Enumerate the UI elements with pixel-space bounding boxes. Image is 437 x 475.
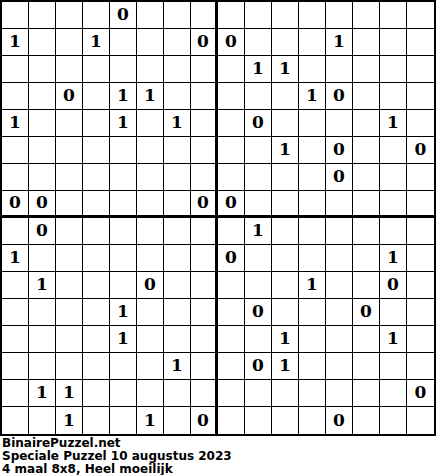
cell-r1c1[interactable] bbox=[29, 29, 56, 56]
cell-r3c2: 0 bbox=[56, 83, 83, 110]
cell-r4c10[interactable] bbox=[272, 110, 299, 137]
cell-r7c3[interactable] bbox=[83, 191, 110, 218]
cell-r10c8[interactable] bbox=[218, 272, 245, 299]
cell-r8c1: 0 bbox=[29, 218, 56, 245]
cell-r3c9[interactable] bbox=[245, 83, 272, 110]
cell-r4c13[interactable] bbox=[353, 110, 380, 137]
cell-r3c7[interactable] bbox=[191, 83, 218, 110]
cell-r10c1: 1 bbox=[29, 272, 56, 299]
cell-r5c7[interactable] bbox=[191, 137, 218, 164]
cell-r10c7[interactable] bbox=[191, 272, 218, 299]
cell-r6c2[interactable] bbox=[56, 164, 83, 191]
cell-r13c9: 0 bbox=[245, 353, 272, 380]
cell-r13c7[interactable] bbox=[191, 353, 218, 380]
cell-r6c15[interactable] bbox=[407, 164, 434, 191]
cell-r9c5[interactable] bbox=[137, 245, 164, 272]
cell-r2c12[interactable] bbox=[326, 56, 353, 83]
cell-r13c11[interactable] bbox=[299, 353, 326, 380]
cell-r0c4: 0 bbox=[110, 2, 137, 29]
cell-r7c11[interactable] bbox=[299, 191, 326, 218]
cell-r9c6[interactable] bbox=[164, 245, 191, 272]
cell-r13c2[interactable] bbox=[56, 353, 83, 380]
cell-r2c2[interactable] bbox=[56, 56, 83, 83]
cell-r8c2[interactable] bbox=[56, 218, 83, 245]
cell-r13c8[interactable] bbox=[218, 353, 245, 380]
cell-r3c11: 1 bbox=[299, 83, 326, 110]
cell-r9c1[interactable] bbox=[29, 245, 56, 272]
cell-r14c1: 1 bbox=[29, 380, 56, 407]
cell-r3c8[interactable] bbox=[218, 83, 245, 110]
cell-r14c13[interactable] bbox=[353, 380, 380, 407]
cell-r10c10[interactable] bbox=[272, 272, 299, 299]
cell-r3c12: 0 bbox=[326, 83, 353, 110]
cell-r5c9[interactable] bbox=[245, 137, 272, 164]
cell-r12c8[interactable] bbox=[218, 326, 245, 353]
cell-r12c14: 1 bbox=[380, 326, 407, 353]
cell-r1c14[interactable] bbox=[380, 29, 407, 56]
cell-r14c11[interactable] bbox=[299, 380, 326, 407]
cell-r9c14: 1 bbox=[380, 245, 407, 272]
cell-r14c9[interactable] bbox=[245, 380, 272, 407]
cell-r9c15[interactable] bbox=[407, 245, 434, 272]
cell-r7c6[interactable] bbox=[164, 191, 191, 218]
cell-r6c3[interactable] bbox=[83, 164, 110, 191]
cell-r1c8: 0 bbox=[218, 29, 245, 56]
cell-r8c10[interactable] bbox=[272, 218, 299, 245]
cell-r12c11[interactable] bbox=[299, 326, 326, 353]
cell-r1c6[interactable] bbox=[164, 29, 191, 56]
cell-r0c12[interactable] bbox=[326, 2, 353, 29]
cell-r2c1[interactable] bbox=[29, 56, 56, 83]
cell-r3c1[interactable] bbox=[29, 83, 56, 110]
cell-r3c4: 1 bbox=[110, 83, 137, 110]
cell-r8c6[interactable] bbox=[164, 218, 191, 245]
cell-r5c4[interactable] bbox=[110, 137, 137, 164]
cell-r9c11[interactable] bbox=[299, 245, 326, 272]
cell-r2c10: 1 bbox=[272, 56, 299, 83]
cell-r10c15[interactable] bbox=[407, 272, 434, 299]
cell-r6c10[interactable] bbox=[272, 164, 299, 191]
cell-r11c8[interactable] bbox=[218, 299, 245, 326]
cell-r13c4[interactable] bbox=[110, 353, 137, 380]
cell-r10c4[interactable] bbox=[110, 272, 137, 299]
cell-r3c14[interactable] bbox=[380, 83, 407, 110]
puzzle-spec: 4 maal 8x8, Heel moeilijk bbox=[2, 463, 437, 475]
cell-r15c0[interactable] bbox=[2, 407, 29, 434]
cell-r9c3[interactable] bbox=[83, 245, 110, 272]
cell-r14c0[interactable] bbox=[2, 380, 29, 407]
cell-r15c13[interactable] bbox=[353, 407, 380, 434]
cell-r14c8[interactable] bbox=[218, 380, 245, 407]
cell-r8c11[interactable] bbox=[299, 218, 326, 245]
cell-r2c14[interactable] bbox=[380, 56, 407, 83]
cell-r15c4[interactable] bbox=[110, 407, 137, 434]
cell-r11c2[interactable] bbox=[56, 299, 83, 326]
cell-r2c7[interactable] bbox=[191, 56, 218, 83]
cell-r11c6[interactable] bbox=[164, 299, 191, 326]
cell-r7c9[interactable] bbox=[245, 191, 272, 218]
cell-r12c2[interactable] bbox=[56, 326, 83, 353]
cell-r13c15[interactable] bbox=[407, 353, 434, 380]
cell-r11c5[interactable] bbox=[137, 299, 164, 326]
cell-r4c0: 1 bbox=[2, 110, 29, 137]
cell-r2c11[interactable] bbox=[299, 56, 326, 83]
cell-r10c9[interactable] bbox=[245, 272, 272, 299]
cell-r12c0[interactable] bbox=[2, 326, 29, 353]
cell-r11c7[interactable] bbox=[191, 299, 218, 326]
cell-r10c3[interactable] bbox=[83, 272, 110, 299]
cell-r15c1[interactable] bbox=[29, 407, 56, 434]
cell-r9c10[interactable] bbox=[272, 245, 299, 272]
cell-r14c15: 0 bbox=[407, 380, 434, 407]
cell-r2c13[interactable] bbox=[353, 56, 380, 83]
cell-r12c3[interactable] bbox=[83, 326, 110, 353]
cell-r1c15[interactable] bbox=[407, 29, 434, 56]
cell-r2c3[interactable] bbox=[83, 56, 110, 83]
cell-r8c3[interactable] bbox=[83, 218, 110, 245]
cell-r8c0[interactable] bbox=[2, 218, 29, 245]
cell-r1c13[interactable] bbox=[353, 29, 380, 56]
cell-r5c2[interactable] bbox=[56, 137, 83, 164]
cell-r4c3[interactable] bbox=[83, 110, 110, 137]
cell-r4c1[interactable] bbox=[29, 110, 56, 137]
cell-r11c12[interactable] bbox=[326, 299, 353, 326]
cell-r1c0: 1 bbox=[2, 29, 29, 56]
puzzle-board: 0110011101110111011000000001101101010011… bbox=[0, 0, 436, 436]
cell-r2c9: 1 bbox=[245, 56, 272, 83]
cell-r9c9[interactable] bbox=[245, 245, 272, 272]
cell-r13c5[interactable] bbox=[137, 353, 164, 380]
cell-r5c6[interactable] bbox=[164, 137, 191, 164]
cell-r8c4[interactable] bbox=[110, 218, 137, 245]
cell-r12c4: 1 bbox=[110, 326, 137, 353]
cell-r13c14[interactable] bbox=[380, 353, 407, 380]
cell-r5c1[interactable] bbox=[29, 137, 56, 164]
cell-r1c4[interactable] bbox=[110, 29, 137, 56]
cell-r7c2[interactable] bbox=[56, 191, 83, 218]
cell-r15c8[interactable] bbox=[218, 407, 245, 434]
cell-r9c7[interactable] bbox=[191, 245, 218, 272]
cell-r6c5[interactable] bbox=[137, 164, 164, 191]
cell-r0c15[interactable] bbox=[407, 2, 434, 29]
cell-r0c3[interactable] bbox=[83, 2, 110, 29]
cell-r15c9[interactable] bbox=[245, 407, 272, 434]
cell-r10c12[interactable] bbox=[326, 272, 353, 299]
cell-r15c7: 0 bbox=[191, 407, 218, 434]
cell-r11c10[interactable] bbox=[272, 299, 299, 326]
cell-r6c9[interactable] bbox=[245, 164, 272, 191]
cell-r14c2: 1 bbox=[56, 380, 83, 407]
cell-r1c12: 1 bbox=[326, 29, 353, 56]
cell-r9c8: 0 bbox=[218, 245, 245, 272]
cell-r15c5: 1 bbox=[137, 407, 164, 434]
cell-r9c13[interactable] bbox=[353, 245, 380, 272]
cell-r0c11[interactable] bbox=[299, 2, 326, 29]
cell-r6c0[interactable] bbox=[2, 164, 29, 191]
cell-r12c7[interactable] bbox=[191, 326, 218, 353]
cell-r13c0[interactable] bbox=[2, 353, 29, 380]
cell-r15c12: 0 bbox=[326, 407, 353, 434]
cell-r9c12[interactable] bbox=[326, 245, 353, 272]
cell-r7c14[interactable] bbox=[380, 191, 407, 218]
cell-r4c14: 1 bbox=[380, 110, 407, 137]
cell-r4c12[interactable] bbox=[326, 110, 353, 137]
cell-r4c5[interactable] bbox=[137, 110, 164, 137]
cell-r14c14[interactable] bbox=[380, 380, 407, 407]
cell-r9c4[interactable] bbox=[110, 245, 137, 272]
cell-r1c11[interactable] bbox=[299, 29, 326, 56]
cell-r7c15[interactable] bbox=[407, 191, 434, 218]
cell-r1c9[interactable] bbox=[245, 29, 272, 56]
cell-r14c4[interactable] bbox=[110, 380, 137, 407]
cell-r4c15[interactable] bbox=[407, 110, 434, 137]
cell-r15c3[interactable] bbox=[83, 407, 110, 434]
cell-r0c5[interactable] bbox=[137, 2, 164, 29]
cell-r7c13[interactable] bbox=[353, 191, 380, 218]
cell-r11c13: 0 bbox=[353, 299, 380, 326]
cell-r1c7: 0 bbox=[191, 29, 218, 56]
cell-r11c9: 0 bbox=[245, 299, 272, 326]
cell-r4c2[interactable] bbox=[56, 110, 83, 137]
cell-r5c14[interactable] bbox=[380, 137, 407, 164]
page: 0110011101110111011000000001101101010011… bbox=[0, 0, 437, 475]
footer-caption: BinairePuzzel.net Speciale Puzzel 10 aug… bbox=[2, 437, 437, 475]
cell-r1c5[interactable] bbox=[137, 29, 164, 56]
cell-r5c0[interactable] bbox=[2, 137, 29, 164]
cell-r12c15[interactable] bbox=[407, 326, 434, 353]
cell-r0c6[interactable] bbox=[164, 2, 191, 29]
cell-r13c12[interactable] bbox=[326, 353, 353, 380]
cell-r13c10: 1 bbox=[272, 353, 299, 380]
cell-r7c1: 0 bbox=[29, 191, 56, 218]
cell-r11c3[interactable] bbox=[83, 299, 110, 326]
cell-r8c13[interactable] bbox=[353, 218, 380, 245]
cell-r3c3[interactable] bbox=[83, 83, 110, 110]
cell-r12c13[interactable] bbox=[353, 326, 380, 353]
cell-r8c12[interactable] bbox=[326, 218, 353, 245]
cell-r7c8: 0 bbox=[218, 191, 245, 218]
cell-r2c0[interactable] bbox=[2, 56, 29, 83]
cell-r11c14[interactable] bbox=[380, 299, 407, 326]
cell-r11c15[interactable] bbox=[407, 299, 434, 326]
cell-r1c2[interactable] bbox=[56, 29, 83, 56]
cell-r11c1[interactable] bbox=[29, 299, 56, 326]
cell-r9c0: 1 bbox=[2, 245, 29, 272]
cell-r4c7[interactable] bbox=[191, 110, 218, 137]
cell-r2c4[interactable] bbox=[110, 56, 137, 83]
cell-r9c2[interactable] bbox=[56, 245, 83, 272]
cell-r5c3[interactable] bbox=[83, 137, 110, 164]
cell-r12c5[interactable] bbox=[137, 326, 164, 353]
cell-r15c2: 1 bbox=[56, 407, 83, 434]
cell-r11c0[interactable] bbox=[2, 299, 29, 326]
cell-r11c4: 1 bbox=[110, 299, 137, 326]
cell-r6c1[interactable] bbox=[29, 164, 56, 191]
cell-r7c10[interactable] bbox=[272, 191, 299, 218]
cell-r14c10[interactable] bbox=[272, 380, 299, 407]
cell-r1c10[interactable] bbox=[272, 29, 299, 56]
cell-r6c4[interactable] bbox=[110, 164, 137, 191]
cell-r14c3[interactable] bbox=[83, 380, 110, 407]
cell-r6c14[interactable] bbox=[380, 164, 407, 191]
cell-r6c7[interactable] bbox=[191, 164, 218, 191]
cell-r6c13[interactable] bbox=[353, 164, 380, 191]
cell-r6c11[interactable] bbox=[299, 164, 326, 191]
cell-r3c13[interactable] bbox=[353, 83, 380, 110]
cell-r0c14[interactable] bbox=[380, 2, 407, 29]
cell-r12c9[interactable] bbox=[245, 326, 272, 353]
cell-r5c8[interactable] bbox=[218, 137, 245, 164]
cell-r7c12[interactable] bbox=[326, 191, 353, 218]
cell-r6c12: 0 bbox=[326, 164, 353, 191]
cell-r1c3: 1 bbox=[83, 29, 110, 56]
cell-r0c9[interactable] bbox=[245, 2, 272, 29]
cell-r14c6[interactable] bbox=[164, 380, 191, 407]
cell-r15c14[interactable] bbox=[380, 407, 407, 434]
cell-r10c5: 0 bbox=[137, 272, 164, 299]
cell-r10c11: 1 bbox=[299, 272, 326, 299]
cell-r12c12[interactable] bbox=[326, 326, 353, 353]
cell-r7c0: 0 bbox=[2, 191, 29, 218]
cell-r2c6[interactable] bbox=[164, 56, 191, 83]
cell-r8c14[interactable] bbox=[380, 218, 407, 245]
cell-r5c11[interactable] bbox=[299, 137, 326, 164]
cell-r5c13[interactable] bbox=[353, 137, 380, 164]
cell-r10c14: 0 bbox=[380, 272, 407, 299]
cell-r13c6: 1 bbox=[164, 353, 191, 380]
cell-r5c5[interactable] bbox=[137, 137, 164, 164]
cell-r2c8[interactable] bbox=[218, 56, 245, 83]
cell-r10c13[interactable] bbox=[353, 272, 380, 299]
cell-r8c8[interactable] bbox=[218, 218, 245, 245]
cell-r10c6[interactable] bbox=[164, 272, 191, 299]
cell-r3c5: 1 bbox=[137, 83, 164, 110]
cell-r0c8[interactable] bbox=[218, 2, 245, 29]
cell-r6c6[interactable] bbox=[164, 164, 191, 191]
cell-r4c4: 1 bbox=[110, 110, 137, 137]
cell-r5c10: 1 bbox=[272, 137, 299, 164]
cell-r10c0[interactable] bbox=[2, 272, 29, 299]
cell-r3c10[interactable] bbox=[272, 83, 299, 110]
cell-r13c1[interactable] bbox=[29, 353, 56, 380]
cell-r0c10[interactable] bbox=[272, 2, 299, 29]
cell-r12c10: 1 bbox=[272, 326, 299, 353]
cell-r7c4[interactable] bbox=[110, 191, 137, 218]
cell-r4c8[interactable] bbox=[218, 110, 245, 137]
cell-r8c5[interactable] bbox=[137, 218, 164, 245]
cell-r11c11[interactable] bbox=[299, 299, 326, 326]
cell-r14c7[interactable] bbox=[191, 380, 218, 407]
cell-r0c7[interactable] bbox=[191, 2, 218, 29]
cell-r15c15[interactable] bbox=[407, 407, 434, 434]
cell-r15c10[interactable] bbox=[272, 407, 299, 434]
cell-r12c1[interactable] bbox=[29, 326, 56, 353]
cell-r2c5[interactable] bbox=[137, 56, 164, 83]
cell-r10c2[interactable] bbox=[56, 272, 83, 299]
cell-r3c6[interactable] bbox=[164, 83, 191, 110]
cell-r0c13[interactable] bbox=[353, 2, 380, 29]
cell-r7c5[interactable] bbox=[137, 191, 164, 218]
cell-r8c15[interactable] bbox=[407, 218, 434, 245]
cell-r4c11[interactable] bbox=[299, 110, 326, 137]
cell-r5c12: 0 bbox=[326, 137, 353, 164]
cell-r8c9: 1 bbox=[245, 218, 272, 245]
cell-r6c8[interactable] bbox=[218, 164, 245, 191]
cell-r2c15[interactable] bbox=[407, 56, 434, 83]
cell-r7c7: 0 bbox=[191, 191, 218, 218]
cell-r3c15[interactable] bbox=[407, 83, 434, 110]
cell-r14c5[interactable] bbox=[137, 380, 164, 407]
cell-r8c7[interactable] bbox=[191, 218, 218, 245]
cell-r13c13[interactable] bbox=[353, 353, 380, 380]
cell-r0c1[interactable] bbox=[29, 2, 56, 29]
cell-r0c2[interactable] bbox=[56, 2, 83, 29]
cell-r14c12[interactable] bbox=[326, 380, 353, 407]
cell-r12c6[interactable] bbox=[164, 326, 191, 353]
cell-r5c15: 0 bbox=[407, 137, 434, 164]
cell-r4c6: 1 bbox=[164, 110, 191, 137]
cell-r13c3[interactable] bbox=[83, 353, 110, 380]
cell-r4c9: 0 bbox=[245, 110, 272, 137]
cell-r15c6[interactable] bbox=[164, 407, 191, 434]
cell-r3c0[interactable] bbox=[2, 83, 29, 110]
cell-r0c0[interactable] bbox=[2, 2, 29, 29]
cell-r15c11[interactable] bbox=[299, 407, 326, 434]
